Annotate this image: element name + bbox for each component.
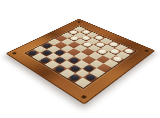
checkers-board: ⛀⛀⛀⛀⛀⛀⛀⛀⛀⛀⛀⛀⛂⛂⛂⛂⛂⛂⛂⛂⛂⛂⛂⛂ — [6, 19, 156, 105]
board-squares: ⛀⛀⛀⛀⛀⛀⛀⛀⛀⛀⛀⛀⛂⛂⛂⛂⛂⛂⛂⛂⛂⛂⛂⛂ — [24, 26, 137, 89]
photo-background: ⛀⛀⛀⛀⛀⛀⛀⛀⛀⛀⛀⛀⛂⛂⛂⛂⛂⛂⛂⛂⛂⛂⛂⛂ — [0, 0, 160, 118]
